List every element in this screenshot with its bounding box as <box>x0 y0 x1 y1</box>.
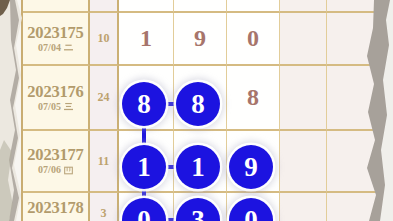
draw-date: 07/05 <box>38 101 73 113</box>
sum-cell: 3 <box>90 193 119 221</box>
lottery-ball: 1 <box>122 145 166 189</box>
period-cell: 2023177 07/06 <box>23 131 90 193</box>
digit-cell <box>174 0 227 13</box>
draw-date: 07/04 <box>38 42 73 54</box>
lottery-ball: 9 <box>229 145 273 189</box>
draw-date-text: 07/05 <box>38 101 61 113</box>
digit-plain: 1 <box>140 25 152 52</box>
stat-cell <box>280 13 327 66</box>
stat-cell <box>280 193 327 221</box>
draw-date-text: 07/06 <box>38 164 61 176</box>
period-label: 2023176 <box>27 83 83 100</box>
digit-plain: 0 <box>247 25 259 52</box>
period-cell: 2023176 07/05 <box>23 66 90 131</box>
period-cell: 2023178 <box>23 193 90 221</box>
lottery-ball: 8 <box>122 82 166 126</box>
digit-cell: 9 <box>174 13 227 66</box>
stat-cell <box>327 13 381 66</box>
draw-date-text: 07/04 <box>38 42 61 54</box>
weekday-wed-icon <box>64 102 73 111</box>
digit-cell: 0 <box>227 13 280 66</box>
digit-plain: 8 <box>247 84 259 111</box>
stat-cell <box>280 0 327 13</box>
lottery-trend-chart: 07/03 2023175 07/04 10 1 9 0 2023176 0 <box>0 0 393 221</box>
stat-cell <box>327 193 381 221</box>
sum-cell: 11 <box>90 131 119 193</box>
draw-date: 07/06 <box>38 164 73 176</box>
sum-cell: 24 <box>90 66 119 131</box>
digit-cell <box>227 0 280 13</box>
stat-cell <box>327 0 381 13</box>
sum-cell <box>90 0 119 13</box>
lottery-ball: 1 <box>176 145 220 189</box>
period-cell: 07/03 <box>23 0 90 13</box>
stat-cell <box>280 131 327 193</box>
digit-cell <box>119 0 174 13</box>
draw-date: 07/03 <box>23 0 88 3</box>
period-label: 2023178 <box>27 199 83 216</box>
draw-date-text: 07/03 <box>38 0 61 3</box>
period-label: 2023177 <box>27 146 83 163</box>
weekday-thu-icon <box>64 166 73 175</box>
period-cell: 2023175 07/04 <box>23 13 90 66</box>
period-label: 2023175 <box>27 24 83 41</box>
stat-cell <box>327 131 381 193</box>
stat-cell <box>327 66 381 131</box>
weekday-tue-icon <box>64 43 73 52</box>
digit-cell: 1 <box>119 13 174 66</box>
digit-plain: 9 <box>194 25 206 52</box>
lottery-ball: 8 <box>176 82 220 126</box>
weekday-mon-icon <box>64 0 73 2</box>
digit-cell: 8 <box>227 66 280 131</box>
stat-cell <box>280 66 327 131</box>
sum-cell: 10 <box>90 13 119 66</box>
